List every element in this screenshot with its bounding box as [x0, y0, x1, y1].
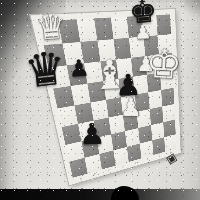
piece-white-king-h5[interactable]: ♚ — [145, 43, 183, 85]
piece-white-queen-a8[interactable]: ♛ — [35, 9, 68, 45]
piece-black-pawn-b5[interactable]: ♟ — [68, 57, 90, 81]
piece-black-queen-a5[interactable]: ♛ — [22, 44, 68, 94]
piece-black-pawn-c2[interactable]: ♟ — [79, 120, 106, 150]
table-edge-strip — [0, 189, 200, 200]
board-emblem: ◈ — [159, 145, 186, 172]
file-label-f: f — [142, 156, 153, 163]
photo-shadow-topright — [180, 0, 200, 20]
piece-white-pawn-e3[interactable]: ♟ — [120, 95, 142, 120]
square-h8[interactable] — [156, 14, 171, 35]
chessboard-photo: abcdefgh ®CHESS ◈ ♛♚♟♛♟♝♟♚♟♟♟ — [0, 0, 200, 200]
file-label-e: e — [130, 160, 141, 167]
